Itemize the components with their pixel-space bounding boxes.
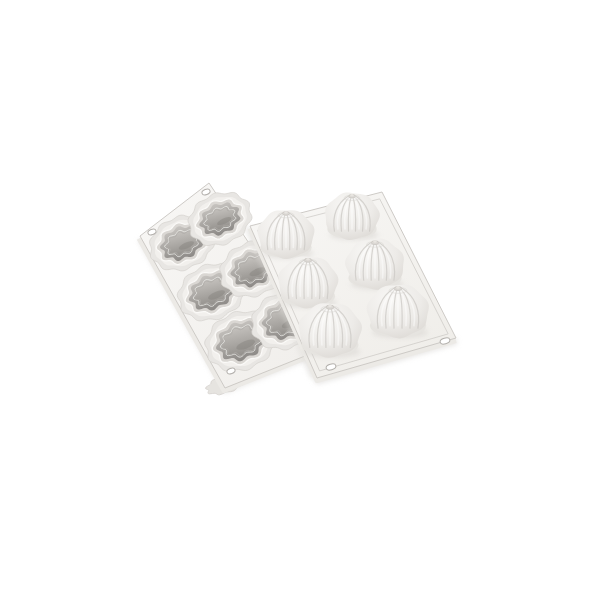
product-photo-silicone-pumpkin-mould bbox=[0, 0, 600, 600]
scene-canvas bbox=[0, 0, 600, 600]
